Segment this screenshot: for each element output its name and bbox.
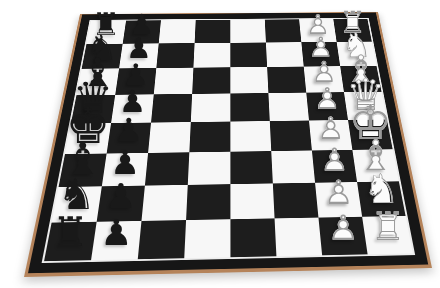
black-pawn-icon: ♟: [100, 215, 132, 251]
black-pawn-icon: ♟: [105, 179, 136, 213]
white-pawn-outline-icon: ♙: [320, 143, 349, 175]
piece-white-rook-h1[interactable]: ♜♖: [370, 207, 405, 246]
piece-black-pawn-f7[interactable]: ♟: [110, 146, 140, 179]
white-pawn-outline-icon: ♙: [324, 176, 354, 210]
piece-white-pawn-f2[interactable]: ♟♙: [320, 143, 349, 175]
white-rook-outline-icon: ♖: [370, 207, 405, 246]
piece-black-pawn-g7[interactable]: ♟: [105, 179, 136, 213]
white-pawn-outline-icon: ♙: [327, 211, 358, 246]
piece-white-pawn-h2[interactable]: ♟♙: [327, 211, 358, 246]
pieces-layer: ♜♟♟♙♜♖♞♟♟♙♞♘♝♟♟♙♝♗♛♟♟♙♛♕♚♟♟♙♚♔♝♟♟♙♝♗♞♟♟♙…: [0, 0, 440, 288]
piece-white-pawn-g2[interactable]: ♟♙: [324, 176, 354, 210]
piece-black-pawn-h7[interactable]: ♟: [100, 215, 132, 251]
piece-black-rook-h8[interactable]: ♜: [52, 212, 88, 253]
black-rook-icon: ♜: [52, 212, 88, 253]
black-pawn-icon: ♟: [110, 146, 140, 179]
chessboard-photo: ♜♟♟♙♜♖♞♟♟♙♞♘♝♟♟♙♝♗♛♟♟♙♛♕♚♟♟♙♚♔♝♟♟♙♝♗♞♟♟♙…: [0, 0, 440, 288]
